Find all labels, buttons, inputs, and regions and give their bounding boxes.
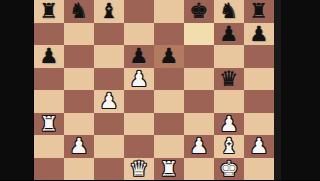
square-a2[interactable] [34,135,64,158]
piece-black-pawn: ♟ [40,45,59,68]
square-g3[interactable]: ♟ [214,113,244,136]
square-h8[interactable]: ♜ [244,0,274,23]
square-d1[interactable]: ♛ [124,158,154,181]
square-c7[interactable] [94,23,124,46]
square-d8[interactable] [124,0,154,23]
square-d3[interactable] [124,113,154,136]
square-c8[interactable]: ♝ [94,0,124,23]
square-a4[interactable] [34,90,64,113]
square-b5[interactable] [64,68,94,91]
square-d7[interactable] [124,23,154,46]
square-g5[interactable]: ♛ [214,68,244,91]
square-e1[interactable]: ♜ [154,158,184,181]
square-f5[interactable] [184,68,214,91]
square-b6[interactable] [64,45,94,68]
square-g4[interactable] [214,90,244,113]
chess-board: ♜♞♝♚♞♜♟♟♟♟♟♟♛♟♜♟♟♟♝♟♛♜♚ [34,0,274,180]
square-h6[interactable] [244,45,274,68]
piece-black-pawn: ♟ [220,23,239,46]
letterbox-edge-strip [274,0,281,180]
square-e5[interactable] [154,68,184,91]
square-b7[interactable] [64,23,94,46]
square-a7[interactable] [34,23,64,46]
piece-black-pawn: ♟ [160,45,179,68]
piece-white-pawn: ♟ [100,90,119,113]
square-g1[interactable]: ♚ [214,158,244,181]
square-e8[interactable] [154,0,184,23]
piece-white-bishop: ♝ [220,135,239,158]
piece-black-queen: ♛ [220,68,239,91]
square-c6[interactable] [94,45,124,68]
piece-black-rook: ♜ [40,0,59,23]
square-e3[interactable] [154,113,184,136]
piece-white-pawn: ♟ [190,135,209,158]
piece-white-pawn: ♟ [70,135,89,158]
piece-black-bishop: ♝ [100,0,119,23]
square-h5[interactable] [244,68,274,91]
letterbox-right [274,0,320,180]
square-c4[interactable]: ♟ [94,90,124,113]
square-c5[interactable] [94,68,124,91]
square-f6[interactable] [184,45,214,68]
square-g8[interactable]: ♞ [214,0,244,23]
square-a5[interactable] [34,68,64,91]
piece-white-queen: ♛ [130,158,149,181]
square-e7[interactable] [154,23,184,46]
piece-black-king: ♚ [190,0,209,23]
square-b3[interactable] [64,113,94,136]
square-f7[interactable] [184,23,214,46]
square-b2[interactable]: ♟ [64,135,94,158]
square-d2[interactable] [124,135,154,158]
square-d6[interactable]: ♟ [124,45,154,68]
square-a3[interactable]: ♜ [34,113,64,136]
piece-black-rook: ♜ [250,0,269,23]
video-frame: ♜♞♝♚♞♜♟♟♟♟♟♟♛♟♜♟♟♟♝♟♛♜♚ [0,0,320,180]
piece-black-pawn: ♟ [130,45,149,68]
square-e2[interactable] [154,135,184,158]
square-b1[interactable] [64,158,94,181]
square-h3[interactable] [244,113,274,136]
square-e6[interactable]: ♟ [154,45,184,68]
piece-white-pawn: ♟ [220,113,239,136]
piece-black-knight: ♞ [220,0,239,23]
piece-white-rook: ♜ [40,113,59,136]
piece-white-pawn: ♟ [130,68,149,91]
square-b8[interactable]: ♞ [64,0,94,23]
piece-white-rook: ♜ [160,158,179,181]
square-h4[interactable] [244,90,274,113]
square-b4[interactable] [64,90,94,113]
piece-black-pawn: ♟ [250,23,269,46]
square-h1[interactable] [244,158,274,181]
square-a8[interactable]: ♜ [34,0,64,23]
square-f8[interactable]: ♚ [184,0,214,23]
square-c3[interactable] [94,113,124,136]
piece-white-pawn: ♟ [250,135,269,158]
square-f1[interactable] [184,158,214,181]
square-h7[interactable]: ♟ [244,23,274,46]
square-d4[interactable] [124,90,154,113]
square-g2[interactable]: ♝ [214,135,244,158]
piece-black-knight: ♞ [70,0,89,23]
square-g7[interactable]: ♟ [214,23,244,46]
square-c2[interactable] [94,135,124,158]
square-f4[interactable] [184,90,214,113]
square-f3[interactable] [184,113,214,136]
square-d5[interactable]: ♟ [124,68,154,91]
square-g6[interactable] [214,45,244,68]
letterbox-left [0,0,34,180]
square-c1[interactable] [94,158,124,181]
square-a1[interactable] [34,158,64,181]
piece-white-king: ♚ [220,158,239,181]
square-h2[interactable]: ♟ [244,135,274,158]
square-e4[interactable] [154,90,184,113]
square-a6[interactable]: ♟ [34,45,64,68]
square-f2[interactable]: ♟ [184,135,214,158]
